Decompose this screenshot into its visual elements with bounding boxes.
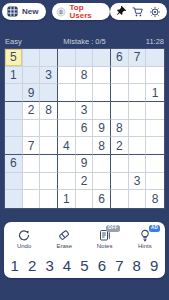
new-game-button[interactable]: New <box>2 3 46 20</box>
status-row: Easy Mistake : 0/5 11:28 <box>5 37 164 46</box>
sudoku-cell-r7c3[interactable] <box>40 155 58 173</box>
sudoku-cell-r8c3[interactable] <box>40 173 58 191</box>
hints-button[interactable]: AD Hints <box>125 227 165 254</box>
new-game-label: New <box>22 8 38 16</box>
sudoku-cell-r2c2[interactable] <box>23 67 41 85</box>
sudoku-cell-r8c6[interactable] <box>93 173 111 191</box>
hints-ad-badge: AD <box>149 225 160 232</box>
sudoku-cell-r3c5[interactable] <box>76 84 94 102</box>
sudoku-cell-r3c8[interactable] <box>129 84 147 102</box>
sudoku-cell-r4c4[interactable] <box>58 102 76 120</box>
difficulty-label: Easy <box>5 38 63 46</box>
sudoku-cell-r4c7[interactable] <box>111 102 129 120</box>
sudoku-cell-r1c1[interactable]: 5 <box>5 49 23 67</box>
erase-button[interactable]: Erase <box>44 227 84 254</box>
sudoku-cell-r4c2[interactable]: 2 <box>23 102 41 120</box>
sudoku-cell-r8c1[interactable] <box>5 173 23 191</box>
sudoku-cell-r4c9[interactable] <box>146 102 164 120</box>
sudoku-cell-r4c5[interactable]: 3 <box>76 102 94 120</box>
sudoku-cell-r2c3[interactable]: 3 <box>40 67 58 85</box>
sudoku-cell-r5c9[interactable] <box>146 120 164 138</box>
medal-icon <box>56 7 66 17</box>
numpad-key-1[interactable]: 1 <box>6 256 23 275</box>
sudoku-cell-r9c1[interactable] <box>5 190 23 208</box>
sudoku-cell-r6c4[interactable]: 4 <box>58 137 76 155</box>
sudoku-cell-r6c7[interactable]: 2 <box>111 137 129 155</box>
sudoku-cell-r8c4[interactable] <box>58 173 76 191</box>
sudoku-cell-r1c6[interactable] <box>93 49 111 67</box>
sudoku-cell-r9c3[interactable] <box>40 190 58 208</box>
numpad-key-7[interactable]: 7 <box>111 256 128 275</box>
sudoku-cell-r8c8[interactable]: 3 <box>129 173 147 191</box>
sudoku-cell-r9c7[interactable] <box>111 190 129 208</box>
sudoku-cell-r9c5[interactable] <box>76 190 94 208</box>
top-users-button[interactable]: Top Users <box>52 3 110 20</box>
sudoku-board: 5671389128369874826923168 <box>4 48 165 209</box>
sudoku-cell-r3c1[interactable] <box>5 84 23 102</box>
sudoku-cell-r6c9[interactable] <box>146 137 164 155</box>
sudoku-cell-r6c1[interactable] <box>5 137 23 155</box>
gear-icon[interactable] <box>149 6 161 18</box>
sudoku-cell-r3c3[interactable] <box>40 84 58 102</box>
sudoku-cell-r1c2[interactable] <box>23 49 41 67</box>
sudoku-cell-r3c7[interactable] <box>111 84 129 102</box>
numpad-key-5[interactable]: 5 <box>76 256 93 275</box>
sudoku-cell-r3c6[interactable] <box>93 84 111 102</box>
sudoku-cell-r5c8[interactable] <box>129 120 147 138</box>
hint-bulb-icon: AD <box>138 227 152 242</box>
sudoku-cell-r9c4[interactable]: 1 <box>58 190 76 208</box>
sudoku-cell-r4c6[interactable] <box>93 102 111 120</box>
sudoku-cell-r2c6[interactable] <box>93 67 111 85</box>
hints-label: Hints <box>138 243 152 249</box>
sudoku-cell-r5c2[interactable] <box>23 120 41 138</box>
sudoku-cell-r3c4[interactable] <box>58 84 76 102</box>
notes-button[interactable]: OFF Notes <box>85 227 125 254</box>
sudoku-cell-r2c1[interactable]: 1 <box>5 67 23 85</box>
sudoku-cell-r1c9[interactable] <box>146 49 164 67</box>
numpad-key-6[interactable]: 6 <box>93 256 110 275</box>
sudoku-cell-r4c8[interactable] <box>129 102 147 120</box>
sudoku-cell-r8c7[interactable] <box>111 173 129 191</box>
sudoku-cell-r5c5[interactable]: 6 <box>76 120 94 138</box>
sudoku-cell-r8c9[interactable] <box>146 173 164 191</box>
sudoku-cell-r9c6[interactable]: 6 <box>93 190 111 208</box>
numpad-key-8[interactable]: 8 <box>128 256 145 275</box>
top-bar: New Top Users <box>2 3 167 20</box>
sudoku-cell-r6c2[interactable]: 7 <box>23 137 41 155</box>
top-users-label: Top Users <box>69 4 103 20</box>
pin-icon[interactable] <box>116 6 127 17</box>
cart-icon[interactable] <box>132 6 144 18</box>
sudoku-cell-r8c2[interactable] <box>23 173 41 191</box>
sudoku-cell-r2c7[interactable] <box>111 67 129 85</box>
sudoku-cell-r4c1[interactable] <box>5 102 23 120</box>
tools-row: Undo Erase OFF Notes AD Hints <box>4 227 165 254</box>
sudoku-cell-r7c9[interactable] <box>146 155 164 173</box>
sudoku-cell-r4c3[interactable]: 8 <box>40 102 58 120</box>
notes-off-badge: OFF <box>106 225 120 232</box>
sudoku-cell-r7c2[interactable] <box>23 155 41 173</box>
sudoku-cell-r1c3[interactable] <box>40 49 58 67</box>
numpad-key-3[interactable]: 3 <box>41 256 58 275</box>
sudoku-cell-r3c2[interactable]: 9 <box>23 84 41 102</box>
sudoku-cell-r7c4[interactable] <box>58 155 76 173</box>
undo-icon <box>17 227 31 242</box>
number-pad: 123456789 <box>6 256 163 275</box>
timer: 11:28 <box>106 38 164 46</box>
control-panel: Undo Erase OFF Notes AD Hints 123456789 <box>4 222 165 278</box>
sudoku-cell-r6c5[interactable] <box>76 137 94 155</box>
sudoku-cell-r5c6[interactable]: 9 <box>93 120 111 138</box>
utility-pill <box>110 3 167 20</box>
notes-icon: OFF <box>98 227 112 242</box>
sudoku-cell-r9c9[interactable]: 8 <box>146 190 164 208</box>
sudoku-cell-r2c4[interactable] <box>58 67 76 85</box>
erase-icon <box>57 227 71 242</box>
notes-label: Notes <box>97 243 113 249</box>
sudoku-cell-r9c8[interactable] <box>129 190 147 208</box>
sudoku-grid-icon <box>7 6 18 17</box>
sudoku-cell-r5c1[interactable] <box>5 120 23 138</box>
sudoku-cell-r7c6[interactable] <box>93 155 111 173</box>
sudoku-cell-r2c9[interactable] <box>146 67 164 85</box>
sudoku-cell-r5c4[interactable] <box>58 120 76 138</box>
sudoku-app: { "game": "sudoku", "position": "5000006… <box>0 0 169 300</box>
sudoku-cell-r1c8[interactable]: 7 <box>129 49 147 67</box>
undo-label: Undo <box>17 243 31 249</box>
sudoku-cell-r7c7[interactable] <box>111 155 129 173</box>
sudoku-cell-r1c7[interactable]: 6 <box>111 49 129 67</box>
numpad-key-2[interactable]: 2 <box>23 256 40 275</box>
mistakes-counter: Mistake : 0/5 <box>63 38 106 46</box>
sudoku-cell-r8c5[interactable]: 2 <box>76 173 94 191</box>
sudoku-cell-r6c6[interactable]: 8 <box>93 137 111 155</box>
sudoku-cell-r5c7[interactable]: 8 <box>111 120 129 138</box>
sudoku-cell-r1c4[interactable] <box>58 49 76 67</box>
sudoku-cell-r7c8[interactable] <box>129 155 147 173</box>
sudoku-cell-r5c3[interactable] <box>40 120 58 138</box>
erase-label: Erase <box>57 243 73 249</box>
undo-button[interactable]: Undo <box>4 227 44 254</box>
sudoku-cell-r7c5[interactable]: 9 <box>76 155 94 173</box>
sudoku-cell-r1c5[interactable] <box>76 49 94 67</box>
numpad-key-4[interactable]: 4 <box>58 256 75 275</box>
sudoku-cell-r9c2[interactable] <box>23 190 41 208</box>
sudoku-cell-r6c3[interactable] <box>40 137 58 155</box>
sudoku-cell-r2c8[interactable] <box>129 67 147 85</box>
sudoku-cell-r3c9[interactable]: 1 <box>146 84 164 102</box>
numpad-key-9[interactable]: 9 <box>146 256 163 275</box>
sudoku-cell-r2c5[interactable]: 8 <box>76 67 94 85</box>
sudoku-cell-r7c1[interactable]: 6 <box>5 155 23 173</box>
sudoku-cell-r6c8[interactable] <box>129 137 147 155</box>
